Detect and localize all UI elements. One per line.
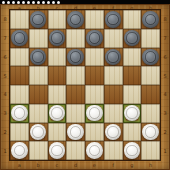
file-label-d: d	[66, 162, 85, 168]
square-b7	[29, 29, 48, 48]
white-man-piece[interactable]: ⛀	[142, 124, 158, 140]
black-man-piece[interactable]: ⛂	[30, 11, 46, 27]
rank-label-6: 6	[162, 48, 169, 67]
file-label-a: a	[10, 162, 29, 168]
black-man-piece[interactable]: ⛂	[30, 49, 46, 65]
square-e3[interactable]: ⛀	[85, 104, 104, 123]
square-h7	[141, 29, 160, 48]
square-d3	[66, 104, 85, 123]
square-h6[interactable]: ⛂	[141, 48, 160, 67]
square-d4[interactable]	[66, 85, 85, 104]
piece-glyph: ⛂	[30, 11, 46, 27]
square-g6	[123, 48, 142, 67]
file-label-h: h	[141, 162, 160, 168]
white-man-piece[interactable]: ⛀	[105, 124, 121, 140]
file-label-g: g	[123, 162, 142, 168]
square-g4	[123, 85, 142, 104]
rank-labels-right: 87654321	[162, 10, 169, 160]
piece-glyph: ⛂	[105, 11, 121, 27]
square-g8	[123, 10, 142, 29]
black-man-piece[interactable]: ⛂	[105, 49, 121, 65]
rank-label-4: 4	[162, 85, 169, 104]
square-f1	[104, 141, 123, 160]
square-c5[interactable]	[48, 66, 67, 85]
square-d8[interactable]: ⛂	[66, 10, 85, 29]
black-man-piece[interactable]: ⛂	[105, 11, 121, 27]
piece-glyph: ⛂	[105, 49, 121, 65]
square-a6	[10, 48, 29, 67]
piece-glyph: ⛀	[49, 142, 65, 158]
square-g3[interactable]: ⛀	[123, 104, 142, 123]
white-man-piece[interactable]: ⛀	[11, 105, 27, 121]
square-f7	[104, 29, 123, 48]
piece-glyph: ⛀	[124, 105, 140, 121]
square-h5	[141, 66, 160, 85]
rank-label-6: 6	[2, 48, 9, 67]
piece-glyph: ⛀	[67, 124, 83, 140]
square-d6[interactable]: ⛂	[66, 48, 85, 67]
square-h4[interactable]	[141, 85, 160, 104]
square-e7[interactable]: ⛂	[85, 29, 104, 48]
square-h8[interactable]: ⛂	[141, 10, 160, 29]
square-f3	[104, 104, 123, 123]
square-b5	[29, 66, 48, 85]
square-d1	[66, 141, 85, 160]
piece-glyph: ⛂	[142, 49, 158, 65]
square-f4[interactable]	[104, 85, 123, 104]
square-d2[interactable]: ⛀	[66, 123, 85, 142]
square-e4	[85, 85, 104, 104]
white-man-piece[interactable]: ⛀	[49, 105, 65, 121]
piece-glyph: ⛀	[49, 105, 65, 121]
square-a2	[10, 123, 29, 142]
square-h1	[141, 141, 160, 160]
rank-label-2: 2	[2, 123, 9, 142]
square-f6[interactable]: ⛂	[104, 48, 123, 67]
square-b2[interactable]: ⛀	[29, 123, 48, 142]
square-a5[interactable]	[10, 66, 29, 85]
square-b1	[29, 141, 48, 160]
black-man-piece[interactable]: ⛂	[142, 49, 158, 65]
piece-glyph: ⛂	[30, 49, 46, 65]
square-a3[interactable]: ⛀	[10, 104, 29, 123]
file-label-f: f	[104, 162, 123, 168]
piece-glyph: ⛀	[11, 142, 27, 158]
black-man-piece[interactable]: ⛂	[11, 30, 27, 46]
square-a1[interactable]: ⛀	[10, 141, 29, 160]
rank-label-4: 4	[2, 85, 9, 104]
piece-glyph: ⛀	[105, 124, 121, 140]
square-a4	[10, 85, 29, 104]
square-e6	[85, 48, 104, 67]
black-man-piece[interactable]: ⛂	[67, 49, 83, 65]
piece-glyph: ⛂	[142, 11, 158, 27]
rank-label-1: 1	[162, 141, 169, 160]
square-g5[interactable]	[123, 66, 142, 85]
white-man-piece[interactable]: ⛀	[124, 105, 140, 121]
white-man-piece[interactable]: ⛀	[30, 124, 46, 140]
square-b3	[29, 104, 48, 123]
rank-label-1: 1	[2, 141, 9, 160]
white-man-piece[interactable]: ⛀	[124, 142, 140, 158]
piece-glyph: ⛀	[30, 124, 46, 140]
piece-glyph: ⛀	[11, 105, 27, 121]
square-e1[interactable]: ⛀	[85, 141, 104, 160]
square-f2[interactable]: ⛀	[104, 123, 123, 142]
rank-label-7: 7	[162, 29, 169, 48]
file-labels-bottom: abcdefgh	[10, 162, 160, 168]
square-c4	[48, 85, 67, 104]
rank-label-3: 3	[2, 104, 9, 123]
board: ⛂⛂⛂⛂⛂⛂⛂⛂⛂⛂⛂⛂⛀⛀⛀⛀⛀⛀⛀⛀⛀⛀⛀⛀	[9, 9, 161, 161]
piece-glyph: ⛂	[124, 30, 140, 46]
rank-label-5: 5	[162, 66, 169, 85]
square-c8	[48, 10, 67, 29]
square-b8[interactable]: ⛂	[29, 10, 48, 29]
square-e5[interactable]	[85, 66, 104, 85]
piece-glyph: ⛀	[124, 142, 140, 158]
square-b4[interactable]	[29, 85, 48, 104]
black-man-piece[interactable]: ⛂	[142, 11, 158, 27]
rank-label-8: 8	[162, 10, 169, 29]
rank-label-5: 5	[2, 66, 9, 85]
square-a8	[10, 10, 29, 29]
square-c7[interactable]: ⛂	[48, 29, 67, 48]
piece-glyph: ⛀	[86, 142, 102, 158]
white-man-piece[interactable]: ⛀	[86, 105, 102, 121]
piece-glyph: ⛂	[86, 30, 102, 46]
black-man-piece[interactable]: ⛂	[86, 30, 102, 46]
rank-label-7: 7	[2, 29, 9, 48]
white-man-piece[interactable]: ⛀	[49, 142, 65, 158]
square-c3[interactable]: ⛀	[48, 104, 67, 123]
file-label-e: e	[85, 162, 104, 168]
rank-label-8: 8	[2, 10, 9, 29]
square-h3	[141, 104, 160, 123]
square-h2[interactable]: ⛀	[141, 123, 160, 142]
square-e2	[85, 123, 104, 142]
checkers-app: abcdefgh abcdefgh 87654321 87654321 ⛂⛂⛂⛂…	[0, 0, 170, 170]
square-a7[interactable]: ⛂	[10, 29, 29, 48]
square-c6	[48, 48, 67, 67]
square-c1[interactable]: ⛀	[48, 141, 67, 160]
rank-label-2: 2	[162, 123, 169, 142]
white-man-piece[interactable]: ⛀	[11, 142, 27, 158]
file-label-c: c	[48, 162, 67, 168]
white-man-piece[interactable]: ⛀	[67, 124, 83, 140]
white-man-piece[interactable]: ⛀	[86, 142, 102, 158]
square-e8	[85, 10, 104, 29]
square-d7	[66, 29, 85, 48]
square-f5	[104, 66, 123, 85]
black-man-piece[interactable]: ⛂	[124, 30, 140, 46]
square-c2	[48, 123, 67, 142]
piece-glyph: ⛂	[67, 49, 83, 65]
square-f8[interactable]: ⛂	[104, 10, 123, 29]
black-man-piece[interactable]: ⛂	[49, 30, 65, 46]
square-g2	[123, 123, 142, 142]
piece-glyph: ⛀	[86, 105, 102, 121]
square-g7[interactable]: ⛂	[123, 29, 142, 48]
piece-glyph: ⛂	[49, 30, 65, 46]
square-b6[interactable]: ⛂	[29, 48, 48, 67]
square-g1[interactable]: ⛀	[123, 141, 142, 160]
file-label-b: b	[29, 162, 48, 168]
square-d5	[66, 66, 85, 85]
piece-glyph: ⛀	[142, 124, 158, 140]
piece-glyph: ⛂	[67, 11, 83, 27]
rank-label-3: 3	[162, 104, 169, 123]
piece-glyph: ⛂	[11, 30, 27, 46]
rank-labels-left: 87654321	[2, 10, 9, 160]
black-man-piece[interactable]: ⛂	[67, 11, 83, 27]
